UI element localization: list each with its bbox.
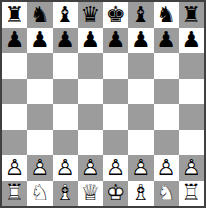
square-e8[interactable]: ♚ xyxy=(103,2,128,28)
square-c1[interactable]: ♝♗ xyxy=(53,181,78,207)
black-king: ♚ xyxy=(103,2,128,28)
square-h2[interactable]: ♟♙ xyxy=(179,155,204,181)
square-c6[interactable] xyxy=(53,53,78,79)
white-pawn: ♟♙ xyxy=(2,155,27,181)
square-g6[interactable] xyxy=(154,53,179,79)
square-h1[interactable]: ♜♖ xyxy=(179,181,204,207)
chess-board: ♜♞♝♛♚♝♞♜♟♟♟♟♟♟♟♟♟♙♟♙♟♙♟♙♟♙♟♙♟♙♟♙♜♖♞♘♝♗♛♕… xyxy=(0,0,206,208)
square-f7[interactable]: ♟ xyxy=(128,28,153,54)
square-h7[interactable]: ♟ xyxy=(179,28,204,54)
square-c4[interactable] xyxy=(53,104,78,130)
black-knight: ♞ xyxy=(154,2,179,28)
chess-diagram: ♜♞♝♛♚♝♞♜♟♟♟♟♟♟♟♟♟♙♟♙♟♙♟♙♟♙♟♙♟♙♟♙♜♖♞♘♝♗♛♕… xyxy=(0,0,206,208)
white-bishop: ♝♗ xyxy=(53,181,78,207)
white-bishop: ♝♗ xyxy=(128,181,153,207)
black-rook: ♜ xyxy=(2,2,27,28)
black-rook: ♜ xyxy=(179,2,204,28)
square-a4[interactable] xyxy=(2,104,27,130)
white-queen: ♛♕ xyxy=(78,181,103,207)
square-e1[interactable]: ♚♔ xyxy=(103,181,128,207)
square-b6[interactable] xyxy=(27,53,52,79)
white-pawn: ♟♙ xyxy=(154,155,179,181)
square-f1[interactable]: ♝♗ xyxy=(128,181,153,207)
square-b2[interactable]: ♟♙ xyxy=(27,155,52,181)
white-king: ♚♔ xyxy=(103,181,128,207)
square-d7[interactable]: ♟ xyxy=(78,28,103,54)
square-f5[interactable] xyxy=(128,79,153,105)
square-c5[interactable] xyxy=(53,79,78,105)
square-f8[interactable]: ♝ xyxy=(128,2,153,28)
square-c2[interactable]: ♟♙ xyxy=(53,155,78,181)
square-b4[interactable] xyxy=(27,104,52,130)
square-a8[interactable]: ♜ xyxy=(2,2,27,28)
square-f4[interactable] xyxy=(128,104,153,130)
square-g1[interactable]: ♞♘ xyxy=(154,181,179,207)
black-queen: ♛ xyxy=(78,2,103,28)
square-f3[interactable] xyxy=(128,130,153,156)
square-c7[interactable]: ♟ xyxy=(53,28,78,54)
square-f2[interactable]: ♟♙ xyxy=(128,155,153,181)
square-g8[interactable]: ♞ xyxy=(154,2,179,28)
black-pawn: ♟ xyxy=(2,28,27,54)
square-d8[interactable]: ♛ xyxy=(78,2,103,28)
square-d4[interactable] xyxy=(78,104,103,130)
square-b5[interactable] xyxy=(27,79,52,105)
square-e3[interactable] xyxy=(103,130,128,156)
black-bishop: ♝ xyxy=(53,2,78,28)
square-g5[interactable] xyxy=(154,79,179,105)
white-pawn: ♟♙ xyxy=(27,155,52,181)
square-e4[interactable] xyxy=(103,104,128,130)
white-pawn: ♟♙ xyxy=(179,155,204,181)
square-c3[interactable] xyxy=(53,130,78,156)
square-h5[interactable] xyxy=(179,79,204,105)
square-a5[interactable] xyxy=(2,79,27,105)
square-g7[interactable]: ♟ xyxy=(154,28,179,54)
square-e5[interactable] xyxy=(103,79,128,105)
square-h6[interactable] xyxy=(179,53,204,79)
square-a6[interactable] xyxy=(2,53,27,79)
square-h3[interactable] xyxy=(179,130,204,156)
white-knight: ♞♘ xyxy=(27,181,52,207)
square-d5[interactable] xyxy=(78,79,103,105)
black-knight: ♞ xyxy=(27,2,52,28)
white-pawn: ♟♙ xyxy=(78,155,103,181)
square-a2[interactable]: ♟♙ xyxy=(2,155,27,181)
square-d2[interactable]: ♟♙ xyxy=(78,155,103,181)
square-b7[interactable]: ♟ xyxy=(27,28,52,54)
white-pawn: ♟♙ xyxy=(53,155,78,181)
square-h8[interactable]: ♜ xyxy=(179,2,204,28)
square-b3[interactable] xyxy=(27,130,52,156)
white-pawn: ♟♙ xyxy=(103,155,128,181)
square-a7[interactable]: ♟ xyxy=(2,28,27,54)
black-pawn: ♟ xyxy=(128,28,153,54)
white-knight: ♞♘ xyxy=(154,181,179,207)
white-pawn: ♟♙ xyxy=(128,155,153,181)
white-rook: ♜♖ xyxy=(2,181,27,207)
square-b8[interactable]: ♞ xyxy=(27,2,52,28)
black-pawn: ♟ xyxy=(103,28,128,54)
white-rook: ♜♖ xyxy=(179,181,204,207)
square-d1[interactable]: ♛♕ xyxy=(78,181,103,207)
square-d6[interactable] xyxy=(78,53,103,79)
square-e7[interactable]: ♟ xyxy=(103,28,128,54)
black-pawn: ♟ xyxy=(27,28,52,54)
black-pawn: ♟ xyxy=(53,28,78,54)
black-bishop: ♝ xyxy=(128,2,153,28)
square-g4[interactable] xyxy=(154,104,179,130)
square-h4[interactable] xyxy=(179,104,204,130)
square-a1[interactable]: ♜♖ xyxy=(2,181,27,207)
square-a3[interactable] xyxy=(2,130,27,156)
square-f6[interactable] xyxy=(128,53,153,79)
square-c8[interactable]: ♝ xyxy=(53,2,78,28)
square-b1[interactable]: ♞♘ xyxy=(27,181,52,207)
black-pawn: ♟ xyxy=(78,28,103,54)
square-d3[interactable] xyxy=(78,130,103,156)
square-e2[interactable]: ♟♙ xyxy=(103,155,128,181)
square-g3[interactable] xyxy=(154,130,179,156)
black-pawn: ♟ xyxy=(154,28,179,54)
square-e6[interactable] xyxy=(103,53,128,79)
black-pawn: ♟ xyxy=(179,28,204,54)
square-g2[interactable]: ♟♙ xyxy=(154,155,179,181)
